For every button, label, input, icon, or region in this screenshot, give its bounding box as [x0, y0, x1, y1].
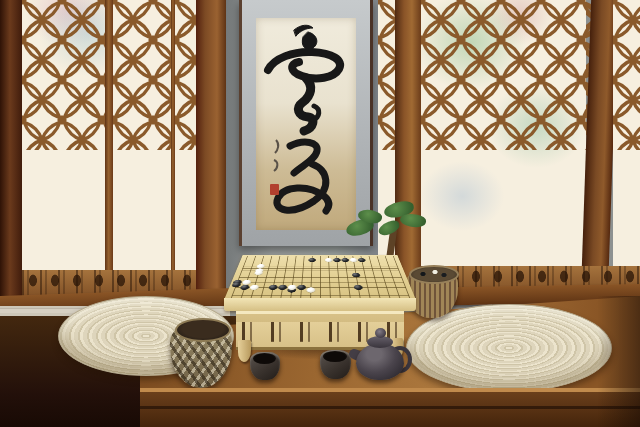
white-stone	[306, 287, 315, 292]
black-stone	[353, 285, 362, 290]
window-muntin	[105, 0, 113, 284]
cup-mouth	[323, 351, 347, 362]
black-stone	[351, 273, 360, 278]
lattice-window-panel	[22, 0, 105, 284]
black-stone	[357, 258, 365, 262]
white-stone	[325, 258, 333, 262]
tea-cup	[320, 350, 351, 379]
white-stone	[241, 280, 251, 285]
red-seal	[270, 184, 279, 195]
white-stone	[349, 258, 357, 262]
room-scene	[0, 0, 640, 427]
black-stone	[341, 258, 349, 262]
lattice-window-panel	[175, 0, 196, 284]
go-board-grid	[231, 256, 411, 298]
go-board	[224, 255, 416, 300]
black-stone	[297, 285, 306, 290]
lattice-window-panel	[421, 0, 586, 280]
tea-cup	[250, 352, 280, 380]
black-stone	[231, 282, 241, 287]
lattice-window-panel	[613, 0, 640, 294]
table-end-shadow	[598, 296, 640, 427]
black-stone	[277, 285, 286, 290]
white-stone	[254, 271, 263, 276]
window-frame-post	[0, 0, 22, 314]
artist-signature	[274, 140, 278, 171]
teapot-body	[356, 343, 404, 380]
teapot-knob	[375, 328, 386, 338]
white-stone	[249, 285, 259, 290]
cup-mouth	[253, 353, 276, 364]
lattice-window-panel	[113, 0, 171, 284]
go-board-edge	[224, 298, 416, 311]
black-stone	[268, 285, 278, 290]
table-molding-groove	[140, 406, 640, 409]
black-stone	[239, 285, 249, 290]
clay-teapot	[354, 328, 408, 382]
white-stone	[287, 285, 296, 290]
black-stone	[308, 258, 316, 262]
tea-table-front	[140, 388, 640, 427]
lattice-grille	[613, 0, 640, 150]
calligraphy-yunzi	[256, 18, 356, 230]
black-stone	[333, 258, 341, 262]
basket-opening	[175, 318, 231, 342]
scroll-paper	[256, 18, 356, 230]
